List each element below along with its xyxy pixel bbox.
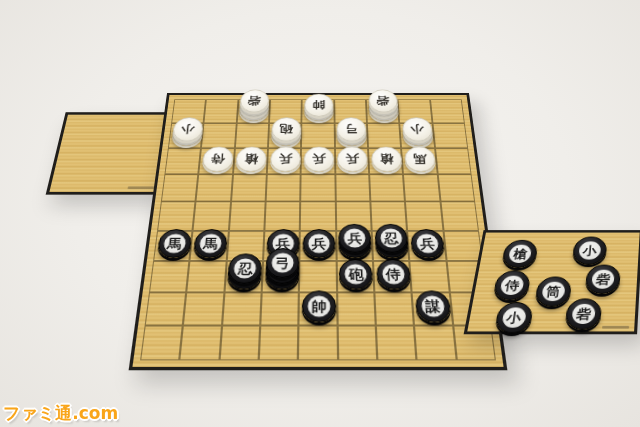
white-disc: 兵 xyxy=(337,147,368,172)
piece-face: 弓 xyxy=(271,253,293,273)
board-cell-r4c4[interactable] xyxy=(266,174,301,201)
board-cell-r6c1[interactable]: 馬 xyxy=(153,231,193,261)
black-disc: 兵 xyxy=(302,229,335,258)
piece-kanji: 砲 xyxy=(349,267,364,280)
board-cell-r3c7[interactable]: 槍 xyxy=(368,148,403,174)
piece-kanji: 忍 xyxy=(383,231,398,244)
fine-print-mark xyxy=(602,326,629,329)
white-disc: 帥 xyxy=(304,94,333,117)
white-piece-帥-stack[interactable]: 帥 xyxy=(304,95,332,121)
white-piece-馬[interactable]: 馬 xyxy=(404,148,435,172)
board-cell-r4c8[interactable] xyxy=(403,174,440,201)
piece-kanji: 砦 xyxy=(576,307,592,320)
board-cell-r2c6[interactable]: 弓 xyxy=(334,123,368,148)
black-disc: 帥 xyxy=(302,290,337,322)
piece-kanji: 馬 xyxy=(167,237,183,250)
white-piece-小-stack[interactable]: 小 xyxy=(402,119,432,146)
piece-kanji: 侍 xyxy=(385,267,400,280)
board-cell-r2c4[interactable]: 砲 xyxy=(268,123,302,148)
black-disc: 侍 xyxy=(493,270,532,300)
white-piece-兵[interactable]: 兵 xyxy=(337,148,366,172)
black-piece-馬[interactable]: 馬 xyxy=(156,231,190,258)
board-cell-r6c9[interactable] xyxy=(443,231,483,261)
piece-kanji: 槍 xyxy=(245,154,259,165)
piece-face: 侍 xyxy=(382,264,405,284)
board-cell-r7c5[interactable] xyxy=(299,261,337,293)
piece-face: 忍 xyxy=(234,258,257,278)
piece-kanji: 砦 xyxy=(376,96,389,106)
piece-kanji: 兵 xyxy=(278,154,292,165)
piece-face: 侍 xyxy=(500,276,525,295)
black-disc: 侍 xyxy=(376,259,411,289)
board-cell-r6c5[interactable]: 兵 xyxy=(300,231,337,261)
board-cell-r7c2[interactable] xyxy=(187,261,227,293)
board-cell-r8c2[interactable] xyxy=(183,292,224,325)
black-disc: 小 xyxy=(572,236,608,264)
white-piece-兵[interactable]: 兵 xyxy=(304,148,333,172)
board-cell-r3c6[interactable]: 兵 xyxy=(335,148,369,174)
piece-face: 砦 xyxy=(591,270,615,289)
board-cell-r4c7[interactable] xyxy=(369,174,405,201)
piece-kanji: 帥 xyxy=(313,100,326,110)
board-cell-r9c1[interactable] xyxy=(140,325,183,360)
white-disc: 槍 xyxy=(235,147,267,172)
piece-kanji: 弓 xyxy=(275,256,290,269)
white-piece-槍[interactable]: 槍 xyxy=(235,148,265,172)
board-cell-r9c3[interactable] xyxy=(219,325,260,360)
piece-kanji: 小 xyxy=(582,245,597,257)
fine-print-mark xyxy=(127,186,154,189)
black-piece-小[interactable]: 小 xyxy=(494,302,529,330)
board-cell-r7c3[interactable]: 忍 xyxy=(224,261,263,293)
black-piece-馬[interactable]: 馬 xyxy=(193,231,226,258)
piece-kanji: 馬 xyxy=(413,154,427,165)
board-cell-r3c9[interactable] xyxy=(435,148,472,174)
white-disc: 侍 xyxy=(201,147,234,172)
board-cell-r8c6[interactable] xyxy=(337,292,376,325)
piece-kanji: 侍 xyxy=(504,279,520,291)
board-cell-r9c7[interactable] xyxy=(376,325,417,360)
board-cell-r2c9[interactable] xyxy=(432,123,468,148)
black-disc: 小 xyxy=(494,302,534,333)
board-cell-r9c4[interactable] xyxy=(259,325,299,360)
famitsu-watermark: ファミ通.com xyxy=(3,402,118,425)
piece-face: 馬 xyxy=(163,234,187,253)
piece-face: 謀 xyxy=(421,296,445,317)
board-cell-r8c4[interactable] xyxy=(260,292,299,325)
black-piece-忍-stack[interactable]: 忍 xyxy=(227,255,260,289)
board-cell-r2c1[interactable]: 小 xyxy=(168,123,204,148)
board-cell-r7c4[interactable]: 弓 xyxy=(262,261,300,293)
board-cell-r8c7[interactable] xyxy=(374,292,414,325)
white-piece-弓-stack[interactable]: 弓 xyxy=(337,119,366,146)
board-cell-r5c5[interactable] xyxy=(300,202,336,231)
white-piece-砲-stack[interactable]: 砲 xyxy=(271,119,300,146)
board-cell-r1c2[interactable] xyxy=(204,99,238,123)
board-cell-r3c5[interactable]: 兵 xyxy=(301,148,335,174)
black-piece-侍[interactable]: 侍 xyxy=(493,270,527,296)
piece-kanji: 忍 xyxy=(238,262,253,275)
board-cell-r8c8[interactable]: 謀 xyxy=(412,292,453,325)
board-cell-r4c9[interactable] xyxy=(437,174,475,201)
black-disc: 兵 xyxy=(338,224,371,253)
white-disc: 槍 xyxy=(370,147,402,172)
tray-piece-小[interactable]: 小 xyxy=(572,238,604,263)
board-cell-r3c4[interactable]: 兵 xyxy=(267,148,302,174)
piece-face: 馬 xyxy=(199,234,222,253)
board-cell-r2c7[interactable] xyxy=(367,123,401,148)
board-cell-r5c3[interactable] xyxy=(229,202,266,231)
black-piece-砦[interactable]: 砦 xyxy=(585,265,617,291)
board-cell-r3c3[interactable]: 槍 xyxy=(233,148,268,174)
board-cell-r4c1[interactable] xyxy=(161,174,199,201)
piece-kanji: 砦 xyxy=(248,96,261,106)
board-cell-r4c3[interactable] xyxy=(231,174,267,201)
piece-face: 槍 xyxy=(508,245,532,263)
board-cell-r6c7[interactable]: 忍 xyxy=(372,231,410,261)
board-cell-r6c6[interactable]: 兵 xyxy=(336,231,373,261)
board-cell-r5c8[interactable] xyxy=(405,202,443,231)
gungi-main-board: 砦帥砦小砲弓小侍槍兵兵兵槍馬馬馬兵兵兵忍兵忍弓砲侍帥謀 xyxy=(129,93,508,370)
piece-kanji: 弓 xyxy=(345,124,358,134)
piece-kanji: 謀 xyxy=(425,299,441,313)
board-cell-r3c2[interactable]: 侍 xyxy=(199,148,235,174)
black-piece-砲[interactable]: 砲 xyxy=(339,261,371,290)
board-cell-r8c3[interactable] xyxy=(222,292,262,325)
board-cell-r5c4[interactable] xyxy=(264,202,300,231)
board-cell-r2c2[interactable] xyxy=(201,123,236,148)
black-disc: 砦 xyxy=(584,265,620,294)
piece-face: 砦 xyxy=(571,304,596,324)
board-cell-r7c1[interactable] xyxy=(149,261,190,293)
tray-piece-筒[interactable]: 筒 xyxy=(534,278,568,304)
black-disc: 馬 xyxy=(193,229,228,258)
board-cell-r7c8[interactable] xyxy=(410,261,450,293)
black-piece-帥[interactable]: 帥 xyxy=(302,292,335,322)
white-piece-小-stack[interactable]: 小 xyxy=(171,119,202,146)
white-disc: 馬 xyxy=(404,147,437,172)
tray-piece-砦[interactable]: 砦 xyxy=(564,300,598,327)
black-disc: 謀 xyxy=(415,290,452,322)
photo-scene: 砦帥砦小砲弓小侍槍兵兵兵槍馬馬馬兵兵兵忍兵忍弓砲侍帥謀 槍小侍筒砦小砦 ファミ通… xyxy=(0,0,640,427)
piece-kanji: 兵 xyxy=(312,154,325,165)
piece-kanji: 帥 xyxy=(312,299,327,313)
piece-face: 兵 xyxy=(308,234,330,253)
board-cell-r3c1[interactable] xyxy=(164,148,201,174)
tray-piece-小[interactable]: 小 xyxy=(494,304,529,332)
board-cell-r5c1[interactable] xyxy=(157,202,196,231)
black-piece-弓-stack[interactable]: 弓 xyxy=(265,250,297,290)
piece-face: 忍 xyxy=(380,228,402,247)
komadai-black-tray: 槍小侍筒砦小砦 xyxy=(464,230,640,334)
board-cell-r1c7[interactable]: 砦 xyxy=(366,99,400,123)
tray-piece-槍[interactable]: 槍 xyxy=(502,242,535,267)
black-piece-槍[interactable]: 槍 xyxy=(502,240,535,265)
board-cell-r5c2[interactable] xyxy=(193,202,231,231)
board-cell-r2c8[interactable]: 小 xyxy=(400,123,435,148)
black-disc: 馬 xyxy=(156,229,192,258)
white-disc: 弓 xyxy=(337,118,367,142)
piece-kanji: 兵 xyxy=(312,237,326,250)
piece-kanji: 砦 xyxy=(595,273,610,285)
piece-kanji: 槍 xyxy=(379,154,393,165)
black-piece-兵[interactable]: 兵 xyxy=(410,231,443,258)
piece-kanji: 兵 xyxy=(420,237,435,250)
board-cell-r1c5[interactable]: 帥 xyxy=(302,99,335,123)
black-disc: 兵 xyxy=(410,229,445,258)
white-piece-砦-stack[interactable]: 砦 xyxy=(368,91,397,121)
piece-kanji: 馬 xyxy=(203,237,218,250)
black-piece-兵[interactable]: 兵 xyxy=(302,231,333,258)
piece-kanji: 小 xyxy=(506,311,522,324)
black-disc: 砦 xyxy=(564,298,602,329)
board-cell-r3c8[interactable]: 馬 xyxy=(401,148,437,174)
board-cell-r1c9[interactable] xyxy=(430,99,465,123)
piece-face: 小 xyxy=(501,308,527,328)
board-cell-r8c1[interactable] xyxy=(145,292,187,325)
white-disc: 砦 xyxy=(368,90,398,113)
black-piece-忍-stack[interactable]: 忍 xyxy=(374,225,407,257)
white-piece-兵[interactable]: 兵 xyxy=(269,148,298,172)
piece-face: 帥 xyxy=(308,296,331,317)
board-cell-r9c2[interactable] xyxy=(180,325,222,360)
board-cell-r9c5[interactable] xyxy=(298,325,338,360)
board-cell-r6c2[interactable]: 馬 xyxy=(190,231,229,261)
white-piece-槍[interactable]: 槍 xyxy=(371,148,401,172)
black-disc: 槍 xyxy=(501,240,539,268)
piece-kanji: 小 xyxy=(181,124,195,134)
board-cell-r8c5[interactable]: 帥 xyxy=(299,292,338,325)
piece-kanji: 槍 xyxy=(513,248,529,260)
piece-face: 砲 xyxy=(345,264,368,284)
board-cell-r4c6[interactable] xyxy=(335,174,370,201)
piece-kanji: 小 xyxy=(410,124,424,134)
black-disc: 忍 xyxy=(374,224,408,253)
black-piece-兵-stack[interactable]: 兵 xyxy=(338,225,370,257)
black-disc: 砲 xyxy=(339,259,373,289)
board-grid: 砦帥砦小砲弓小侍槍兵兵兵槍馬馬馬兵兵兵忍兵忍弓砲侍帥謀 xyxy=(140,99,496,360)
white-piece-侍[interactable]: 侍 xyxy=(201,148,232,172)
piece-kanji: 侍 xyxy=(211,154,225,165)
board-cell-r7c6[interactable]: 砲 xyxy=(336,261,374,293)
black-piece-砦[interactable]: 砦 xyxy=(565,298,599,325)
piece-kanji: 砲 xyxy=(279,124,292,134)
board-cell-r9c8[interactable] xyxy=(414,325,456,360)
black-piece-侍[interactable]: 侍 xyxy=(376,261,409,290)
white-disc: 兵 xyxy=(304,147,335,172)
black-piece-小[interactable]: 小 xyxy=(572,236,604,261)
white-piece-砦-stack[interactable]: 砦 xyxy=(239,91,268,121)
piece-kanji: 兵 xyxy=(348,231,363,244)
piece-kanji: 兵 xyxy=(346,154,360,165)
black-piece-筒[interactable]: 筒 xyxy=(535,276,569,302)
board-cell-r5c9[interactable] xyxy=(440,202,479,231)
board-cell-r2c3[interactable] xyxy=(235,123,269,148)
piece-face: 兵 xyxy=(344,228,366,247)
piece-face: 小 xyxy=(578,241,601,259)
black-piece-謀[interactable]: 謀 xyxy=(415,292,450,322)
board-cell-r1c3[interactable]: 砦 xyxy=(236,99,270,123)
board-cell-r7c7[interactable]: 侍 xyxy=(373,261,412,293)
white-disc: 兵 xyxy=(269,147,300,172)
tray-piece-侍[interactable]: 侍 xyxy=(493,272,527,298)
board-cell-r2c5[interactable] xyxy=(301,123,334,148)
piece-face: 兵 xyxy=(416,234,439,253)
piece-face: 筒 xyxy=(541,281,566,300)
board-cell-r4c2[interactable] xyxy=(196,174,233,201)
piece-kanji: 筒 xyxy=(546,285,562,297)
tray-piece-砦[interactable]: 砦 xyxy=(585,266,617,292)
board-cell-r4c5[interactable] xyxy=(301,174,336,201)
board-cell-r9c6[interactable] xyxy=(337,325,377,360)
board-cell-r6c8[interactable]: 兵 xyxy=(407,231,446,261)
